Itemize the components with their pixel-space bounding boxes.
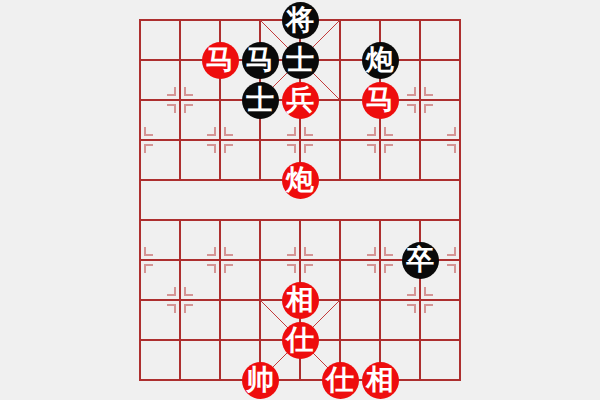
piece-black-soldier[interactable]: 卒	[402, 242, 439, 279]
piece-black-horse[interactable]: 马	[242, 42, 279, 79]
piece-black-advisor-1[interactable]: 士	[282, 42, 319, 79]
piece-red-horse-1[interactable]: 马	[202, 42, 239, 79]
piece-red-soldier[interactable]: 兵	[282, 82, 319, 119]
piece-black-cannon[interactable]: 炮	[362, 42, 399, 79]
xiangqi-app: 将马马士炮士兵马炮卒相仕帅仕相	[0, 0, 600, 400]
piece-black-advisor-2[interactable]: 士	[242, 82, 279, 119]
piece-red-cannon[interactable]: 炮	[282, 162, 319, 199]
piece-red-horse-2[interactable]: 马	[362, 82, 399, 119]
piece-red-general[interactable]: 帅	[242, 362, 279, 399]
piece-red-advisor-2[interactable]: 仕	[322, 362, 359, 399]
pieces-layer: 将马马士炮士兵马炮卒相仕帅仕相	[120, 0, 480, 400]
piece-black-general[interactable]: 将	[282, 2, 319, 39]
piece-red-advisor-1[interactable]: 仕	[282, 322, 319, 359]
piece-red-elephant-2[interactable]: 相	[362, 362, 399, 399]
piece-red-elephant-1[interactable]: 相	[282, 282, 319, 319]
